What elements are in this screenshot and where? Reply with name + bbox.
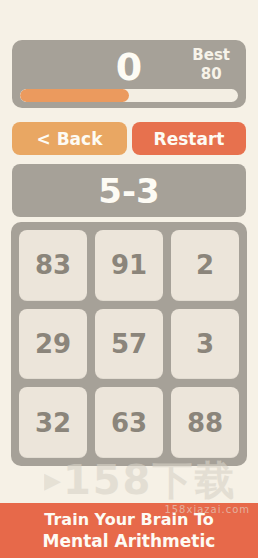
answer-tile[interactable]: 91 [95,230,163,301]
app-screen: 0 Best 80 < Back Restart 5-3 83 91 2 29 … [0,0,258,558]
bottom-banner: Train Your Brain To Mental Arithmetic [0,503,258,558]
answer-tile[interactable]: 83 [19,230,87,301]
answer-tile[interactable]: 32 [19,387,87,458]
best-score-label: Best [192,46,230,64]
timer-progress-track [20,89,238,102]
answer-grid: 83 91 2 29 57 3 32 63 88 [11,222,247,466]
restart-button[interactable]: Restart [132,122,246,155]
problem-display: 5-3 [12,164,246,217]
timer-progress-fill [20,89,129,102]
score-panel: 0 Best 80 [12,40,246,108]
answer-tile[interactable]: 57 [95,309,163,380]
banner-line1: Train Your Brain To [0,510,258,530]
answer-tile[interactable]: 88 [171,387,239,458]
best-score-block: Best 80 [192,46,230,84]
banner-line2: Mental Arithmetic [0,530,258,552]
answer-tile[interactable]: 29 [19,309,87,380]
answer-tile[interactable]: 2 [171,230,239,301]
watermark-play-icon: ▶ [44,468,61,493]
back-button[interactable]: < Back [12,122,127,155]
answer-tile[interactable]: 63 [95,387,163,458]
answer-tile[interactable]: 3 [171,309,239,380]
best-score-value: 80 [192,64,230,84]
